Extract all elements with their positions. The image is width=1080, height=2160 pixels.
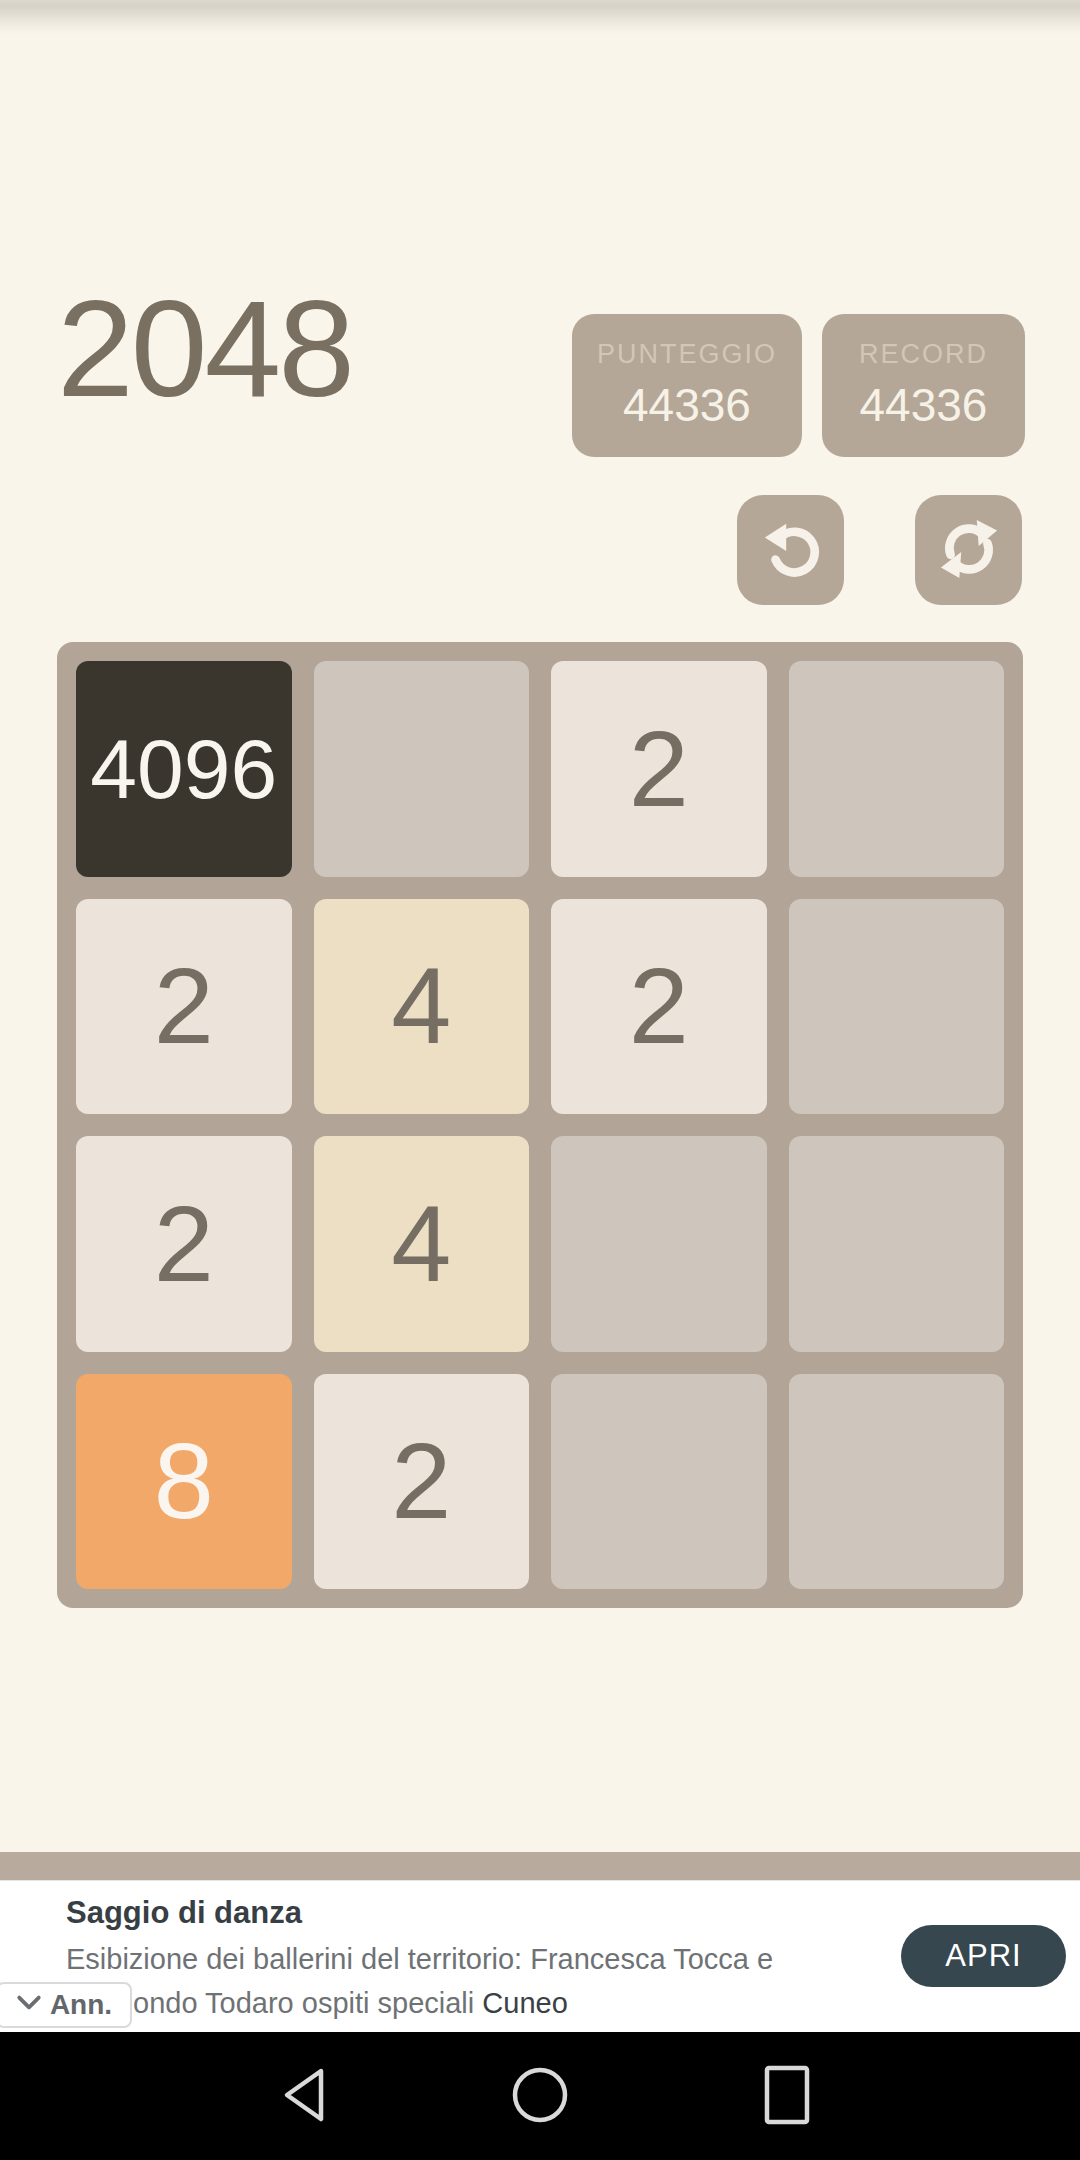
score-value: 44336 (623, 378, 751, 432)
best-value: 44336 (860, 378, 988, 432)
empty-cell (551, 1374, 767, 1590)
restart-button[interactable] (915, 495, 1022, 605)
empty-cell (314, 661, 530, 877)
tile-2: 2 (551, 899, 767, 1115)
nav-home-button[interactable] (480, 2032, 600, 2160)
tile-2: 2 (76, 899, 292, 1115)
score-box: PUNTEGGIO 44336 (572, 314, 802, 457)
empty-cell (551, 1136, 767, 1352)
tile-2: 2 (76, 1136, 292, 1352)
nav-recents-button[interactable] (727, 2032, 847, 2160)
nav-back-button[interactable] (244, 2032, 364, 2160)
ad-body-line2: ondo Todaro ospiti speciali Cuneo (133, 1987, 568, 2020)
undo-icon (760, 518, 822, 583)
tile-4096: 4096 (76, 661, 292, 877)
ad-advertiser: Cuneo (482, 1987, 567, 2019)
best-label: RECORD (859, 339, 988, 370)
ad-top-strip (0, 1852, 1080, 1880)
chevron-down-icon (16, 1994, 42, 2016)
tile-4: 4 (314, 1136, 530, 1352)
tile-2: 2 (551, 661, 767, 877)
android-nav-bar (0, 2032, 1080, 2160)
tile-2: 2 (314, 1374, 530, 1590)
back-triangle-icon (278, 2065, 330, 2128)
game-board[interactable]: 409622422482 (57, 642, 1023, 1608)
status-bar-shadow (0, 0, 1080, 34)
ad-attribution-badge[interactable]: Ann. (0, 1982, 132, 2028)
page-title: 2048 (57, 278, 352, 418)
empty-cell (789, 661, 1005, 877)
score-label: PUNTEGGIO (597, 339, 777, 370)
ad-open-button[interactable]: APRI (901, 1925, 1066, 1987)
empty-cell (789, 899, 1005, 1115)
tile-4: 4 (314, 899, 530, 1115)
tile-8: 8 (76, 1374, 292, 1590)
refresh-icon (938, 518, 1000, 583)
ad-attribution-label: Ann. (50, 1989, 112, 2021)
ad-banner[interactable]: Saggio di danza Esibizione dei ballerini… (0, 1880, 1080, 2032)
recents-square-icon (762, 2064, 812, 2129)
ad-headline: Saggio di danza (66, 1895, 302, 1931)
undo-button[interactable] (737, 495, 844, 605)
empty-cell (789, 1374, 1005, 1590)
home-circle-icon (510, 2065, 570, 2128)
ad-body-line1: Esibizione dei ballerini del territorio:… (66, 1943, 773, 1976)
empty-cell (789, 1136, 1005, 1352)
best-score-box: RECORD 44336 (822, 314, 1025, 457)
